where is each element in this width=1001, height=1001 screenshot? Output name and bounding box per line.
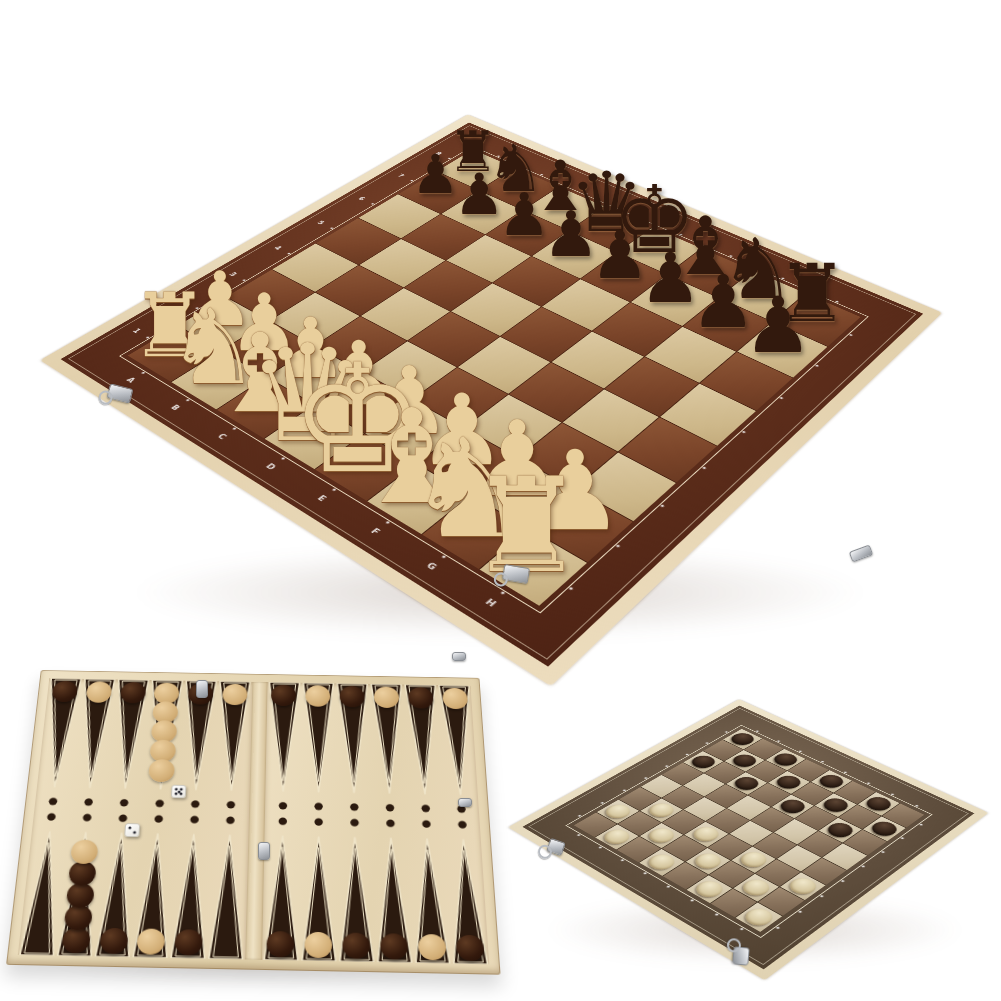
- checkers-board: [574, 729, 924, 932]
- screw-dot: [620, 859, 624, 862]
- dark-backgammon-checker: [266, 931, 294, 957]
- backgammon-edge-clasp-bottom-icon: [458, 798, 472, 807]
- screw-dot: [448, 157, 452, 159]
- screw-dot: [820, 760, 824, 762]
- screw-dot: [781, 277, 785, 279]
- screw-dot: [598, 846, 602, 849]
- screw-dot: [841, 879, 845, 882]
- screw-dot: [660, 504, 665, 507]
- screw-dot: [410, 179, 414, 181]
- screw-dot: [820, 895, 825, 898]
- checkers-board-tilt: [508, 699, 988, 980]
- screw-dot: [623, 789, 627, 791]
- screw-dot: [705, 742, 709, 744]
- screw-dot: [569, 586, 574, 590]
- screw-dot: [644, 777, 648, 779]
- die-pip: [133, 831, 136, 834]
- file-label: G: [424, 561, 439, 572]
- rank-label: 5: [316, 220, 326, 226]
- backgammon-right-half: [261, 682, 489, 964]
- screw-dot: [815, 364, 819, 367]
- screw-dot: [686, 753, 690, 755]
- screw-dot: [725, 731, 729, 733]
- screw-dot: [601, 802, 605, 804]
- screw-dot: [496, 155, 500, 157]
- backgammon-point: [19, 831, 65, 956]
- screw-dot: [843, 771, 847, 773]
- dark-backgammon-checker: [342, 932, 370, 958]
- screw-dot: [714, 913, 719, 916]
- backgammon-tilt: [6, 670, 501, 975]
- screw-dot: [835, 300, 839, 302]
- chess-board: [128, 150, 861, 606]
- product-photo: A8B7C6D5E4F3G2H1 ♜♞♟♝♟♛♟♚♟♝♟♞♟♜♟♟♟♟♜♟♞♟♝…: [0, 0, 1001, 1001]
- screw-dot: [776, 740, 780, 742]
- screw-dot: [331, 488, 336, 491]
- checkers-board-frame: [522, 706, 974, 970]
- screw-dot: [280, 457, 285, 460]
- screw-dot: [914, 804, 918, 806]
- screw-dot: [798, 910, 803, 913]
- screw-dot: [576, 834, 580, 837]
- screw-dot: [631, 213, 635, 215]
- die-pip: [128, 826, 131, 829]
- rank-label: 4: [273, 245, 284, 251]
- screw-dot: [702, 466, 707, 469]
- backgammon-edge-clasp-top-icon: [452, 652, 466, 661]
- screw-dot: [643, 872, 647, 875]
- dark-backgammon-checker: [119, 682, 145, 704]
- checkers-board-area: [500, 640, 1000, 1000]
- light-backgammon-checker: [305, 685, 330, 707]
- screw-dot: [141, 371, 145, 374]
- screw-dot: [616, 544, 621, 548]
- die-icon: [124, 823, 140, 837]
- die-pip: [179, 793, 182, 796]
- screw-dot: [578, 814, 582, 816]
- backgammon-bar-hinge-top-icon: [196, 680, 208, 698]
- rank-label: 1: [131, 327, 143, 334]
- backgammon-box: [6, 670, 501, 975]
- die-pip: [174, 793, 177, 796]
- file-label: F: [369, 527, 382, 536]
- screw-dot: [776, 926, 781, 929]
- checkers-frame-edge: [508, 699, 988, 980]
- backgammon-point: [208, 835, 245, 960]
- screw-dot: [287, 252, 291, 254]
- rank-label: 7: [396, 173, 406, 178]
- light-backgammon-checker: [222, 684, 247, 706]
- chess-frame-edge: A8B7C6D5E4F3G2H1: [40, 115, 942, 687]
- screw-dot: [232, 427, 237, 430]
- file-label: E: [315, 494, 328, 503]
- file-label: H: [483, 597, 498, 608]
- screw-dot: [690, 899, 695, 902]
- screw-dot: [779, 396, 783, 399]
- screw-dot: [385, 520, 390, 523]
- screw-dot: [739, 927, 744, 930]
- screw-dot: [371, 203, 375, 205]
- screw-dot: [330, 227, 334, 229]
- screw-dot: [901, 837, 905, 840]
- backgammon-left-half: [17, 678, 251, 959]
- screw-dot: [881, 851, 885, 854]
- screw-dot: [755, 730, 759, 732]
- screw-dot: [742, 430, 747, 433]
- rank-label: 2: [181, 298, 192, 305]
- chess-board-frame: A8B7C6D5E4F3G2H1: [61, 122, 924, 666]
- rank-label: 8: [434, 151, 444, 156]
- dark-backgammon-checker: [339, 686, 364, 708]
- file-label: B: [169, 404, 182, 412]
- screw-dot: [441, 555, 446, 559]
- screw-dot: [849, 334, 853, 337]
- file-label: D: [264, 462, 278, 471]
- screw-dot: [919, 823, 923, 825]
- backgammon-board-area: [8, 630, 504, 996]
- screw-dot: [584, 193, 588, 195]
- screw-dot: [861, 865, 865, 868]
- checkers-front-clasp-icon: [732, 946, 750, 965]
- die-icon: [170, 785, 186, 799]
- screw-dot: [890, 793, 894, 795]
- screw-dot: [666, 885, 671, 888]
- rank-label: 6: [357, 196, 367, 202]
- screw-dot: [665, 765, 669, 767]
- chess-board-area: A8B7C6D5E4F3G2H1: [25, 36, 975, 636]
- file-label: C: [216, 432, 229, 440]
- screw-dot: [679, 233, 683, 235]
- backgammon-bar-hinge-bottom-icon: [258, 842, 270, 860]
- screw-dot: [146, 336, 150, 339]
- screw-dot: [798, 750, 802, 752]
- rank-label: 3: [228, 271, 239, 277]
- screw-dot: [185, 398, 190, 401]
- screw-dot: [540, 174, 544, 176]
- screw-dot: [866, 782, 870, 784]
- chess-front-clasp-icon: [502, 564, 530, 584]
- light-backgammon-checker: [304, 932, 332, 958]
- screw-dot: [242, 279, 246, 281]
- screw-dot: [500, 591, 505, 595]
- file-label: A: [124, 376, 137, 384]
- chess-board-tilt: A8B7C6D5E4F3G2H1: [40, 115, 942, 687]
- screw-dot: [729, 255, 733, 257]
- dark-backgammon-checker: [271, 685, 296, 707]
- screw-dot: [195, 307, 199, 309]
